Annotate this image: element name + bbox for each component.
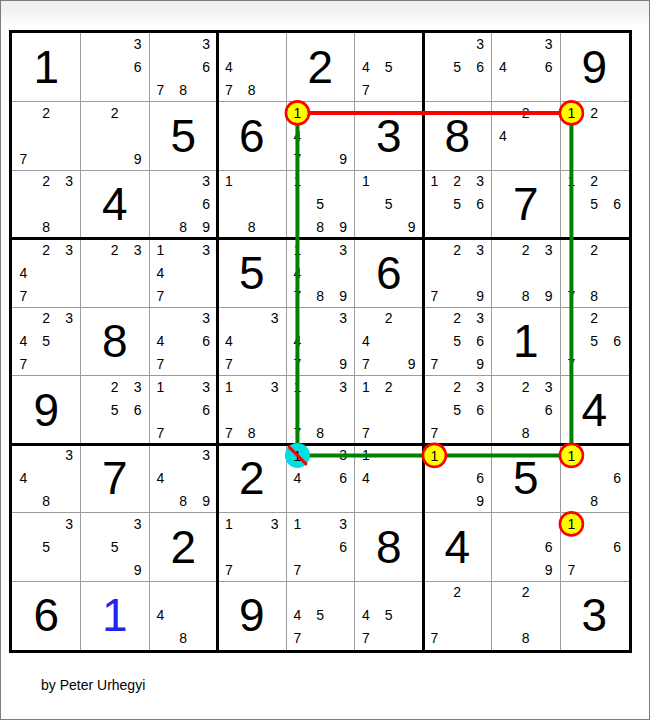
candidate-digit: 6 — [469, 56, 492, 79]
candidate-digit: 7 — [149, 79, 172, 102]
cell-r1c2[interactable]: 36 — [81, 33, 150, 102]
grid-line-horizontal — [12, 237, 629, 240]
grid-line-horizontal — [12, 443, 629, 446]
cell-r8c9[interactable]: 167 — [560, 513, 629, 582]
candidate-digit: 1 — [423, 444, 446, 467]
cell-r2c1[interactable]: 27 — [12, 102, 81, 171]
candidate-digit: 7 — [149, 353, 172, 376]
cell-r8c7[interactable]: 4 — [423, 513, 492, 582]
candidate-digit: 8 — [583, 284, 606, 307]
candidate-digit: 7 — [286, 353, 309, 376]
candidate-digit: 3 — [469, 33, 492, 56]
candidate-digit: 3 — [58, 307, 81, 330]
candidate-digit: 3 — [126, 376, 149, 399]
candidate-digit: 8 — [309, 284, 332, 307]
given-digit: 5 — [149, 102, 218, 171]
given-digit: 9 — [12, 376, 81, 445]
candidate-digit: 7 — [560, 558, 583, 581]
candidate-digit: 4 — [286, 604, 309, 627]
candidate-digit: 9 — [469, 490, 492, 513]
cell-r1c4[interactable]: 478 — [218, 33, 287, 102]
cell-r1c3[interactable]: 3678 — [149, 33, 218, 102]
cell-r9c3[interactable]: 48 — [149, 581, 218, 650]
cell-r9c1[interactable]: 6 — [12, 581, 81, 650]
given-digit: 4 — [423, 513, 492, 582]
candidate-digit: 7 — [12, 284, 35, 307]
candidate-digit: 4 — [355, 604, 378, 627]
candidate-digit: 1 — [286, 170, 309, 193]
candidate-digit: 7 — [355, 627, 378, 650]
candidate-digit: 1 — [286, 513, 309, 536]
cell-r9c7[interactable]: 27 — [423, 581, 492, 650]
cell-r9c6[interactable]: 457 — [355, 581, 424, 650]
candidate-digit: 4 — [149, 604, 172, 627]
candidate-digit: 9 — [332, 216, 355, 239]
candidate-digit: 7 — [560, 284, 583, 307]
candidate-digit: 8 — [172, 79, 195, 102]
candidate-digit: 1 — [560, 513, 583, 536]
candidate-digit: 9 — [126, 147, 149, 170]
candidate-digit: 3 — [195, 170, 218, 193]
candidate-digit: 6 — [469, 398, 492, 421]
given-digit: 2 — [149, 513, 218, 582]
grid-line-vertical — [422, 33, 425, 650]
candidate-digit: 9 — [195, 490, 218, 513]
cell-r6c4[interactable]: 1378 — [218, 376, 287, 445]
candidate-digit: 3 — [58, 444, 81, 467]
cell-r5c9[interactable]: 2567 — [560, 307, 629, 376]
given-digit: 4 — [81, 170, 150, 239]
candidate-digit: 4 — [12, 467, 35, 490]
candidate-digit: 8 — [172, 627, 195, 650]
candidate-digit: 3 — [58, 170, 81, 193]
candidate-digit: 6 — [195, 330, 218, 353]
candidate-digit: 8 — [583, 490, 606, 513]
cell-r6c9[interactable]: 4 — [560, 376, 629, 445]
candidate-digit: 4 — [149, 330, 172, 353]
candidate-digit: 3 — [332, 376, 355, 399]
cell-r2c9[interactable]: 12 — [560, 102, 629, 171]
grid-line-vertical — [216, 33, 219, 650]
given-digit: 2 — [218, 444, 287, 513]
candidate-digit: 3 — [537, 33, 560, 56]
cell-r3c4[interactable]: 18 — [218, 170, 287, 239]
candidate-digit: 3 — [332, 513, 355, 536]
candidate-digit: 8 — [514, 421, 537, 444]
cell-r2c2[interactable]: 29 — [81, 102, 150, 171]
cell-r3c1[interactable]: 238 — [12, 170, 81, 239]
candidate-digit: 2 — [446, 307, 469, 330]
candidate-digit: 7 — [355, 79, 378, 102]
candidate-digit: 3 — [263, 376, 286, 399]
given-digit: 8 — [355, 513, 424, 582]
cell-r2c5[interactable]: 1479 — [286, 102, 355, 171]
given-digit: 6 — [218, 102, 287, 171]
cell-r7c3[interactable]: 3489 — [149, 444, 218, 513]
cell-r9c5[interactable]: 457 — [286, 581, 355, 650]
candidate-digit: 7 — [149, 284, 172, 307]
cell-r5c3[interactable]: 3467 — [149, 307, 218, 376]
candidate-digit: 7 — [423, 421, 446, 444]
candidate-digit: 9 — [332, 353, 355, 376]
cell-r7c4[interactable]: 2 — [218, 444, 287, 513]
candidate-digit: 8 — [172, 490, 195, 513]
candidate-digit: 2 — [514, 239, 537, 262]
given-digit: 5 — [492, 444, 561, 513]
cell-r6c6[interactable]: 127 — [355, 376, 424, 445]
cell-r4c4[interactable]: 5 — [218, 239, 287, 308]
window-top-strip — [1, 1, 649, 26]
candidate-digit: 6 — [537, 56, 560, 79]
cell-r5c1[interactable]: 23457 — [12, 307, 81, 376]
cell-r9c4[interactable]: 9 — [218, 581, 287, 650]
candidate-digit: 3 — [332, 307, 355, 330]
cell-r6c2[interactable]: 2356 — [81, 376, 150, 445]
candidate-digit: 2 — [446, 581, 469, 604]
given-digit: 9 — [560, 33, 629, 102]
candidate-digit: 5 — [583, 330, 606, 353]
entered-digit: 1 — [81, 581, 150, 650]
candidate-digit: 1 — [218, 513, 241, 536]
cell-r1c8[interactable]: 346 — [492, 33, 561, 102]
candidate-digit: 3 — [469, 376, 492, 399]
given-digit: 6 — [12, 581, 81, 650]
candidate-digit: 8 — [240, 421, 263, 444]
candidate-digit: 2 — [35, 239, 58, 262]
candidate-digit: 4 — [149, 261, 172, 284]
cell-r8c6[interactable]: 8 — [355, 513, 424, 582]
candidate-digit: 2 — [35, 170, 58, 193]
candidate-digit: 5 — [35, 330, 58, 353]
candidate-digit: 9 — [332, 147, 355, 170]
candidate-digit: 6 — [469, 330, 492, 353]
cell-r6c8[interactable]: 2368 — [492, 376, 561, 445]
cell-r7c1[interactable]: 348 — [12, 444, 81, 513]
candidate-digit: 4 — [286, 330, 309, 353]
candidate-digit: 3 — [263, 307, 286, 330]
candidate-digit: 7 — [218, 421, 241, 444]
candidate-digit: 9 — [195, 216, 218, 239]
candidate-digit: 7 — [286, 284, 309, 307]
cell-r2c4[interactable]: 6 — [218, 102, 287, 171]
given-digit: 9 — [218, 581, 287, 650]
candidate-digit: 3 — [195, 444, 218, 467]
cell-r3c3[interactable]: 3689 — [149, 170, 218, 239]
candidate-digit: 7 — [149, 421, 172, 444]
cell-r4c6[interactable]: 6 — [355, 239, 424, 308]
cell-r1c1[interactable]: 1 — [12, 33, 81, 102]
candidate-digit: 1 — [286, 444, 309, 467]
candidate-digit: 7 — [423, 284, 446, 307]
cell-r3c7[interactable]: 12356 — [423, 170, 492, 239]
candidate-digit: 4 — [492, 56, 515, 79]
candidate-digit: 9 — [469, 284, 492, 307]
cell-r6c1[interactable]: 9 — [12, 376, 81, 445]
candidate-digit: 2 — [103, 239, 126, 262]
cell-r9c2[interactable]: 1 — [81, 581, 150, 650]
given-digit: 3 — [560, 581, 629, 650]
candidate-digit: 5 — [103, 398, 126, 421]
cell-r8c1[interactable]: 35 — [12, 513, 81, 582]
sudoku-board: 1363678478245735634692729561479382412238… — [9, 30, 632, 653]
candidate-digit: 3 — [126, 239, 149, 262]
cell-r4c3[interactable]: 1347 — [149, 239, 218, 308]
candidate-digit: 2 — [377, 376, 400, 399]
cell-r3c2[interactable]: 4 — [81, 170, 150, 239]
candidate-digit: 4 — [492, 124, 515, 147]
candidate-digit: 6 — [469, 193, 492, 216]
candidate-digit: 5 — [446, 398, 469, 421]
candidate-digit: 3 — [126, 33, 149, 56]
cell-r8c8[interactable]: 69 — [492, 513, 561, 582]
candidate-digit: 1 — [355, 444, 378, 467]
app-window: 1363678478245735634692729561479382412238… — [0, 0, 650, 720]
candidate-digit: 6 — [195, 56, 218, 79]
cell-r9c8[interactable]: 28 — [492, 581, 561, 650]
candidate-digit: 8 — [514, 627, 537, 650]
cell-r1c6[interactable]: 457 — [355, 33, 424, 102]
candidate-digit: 2 — [583, 102, 606, 125]
candidate-digit: 2 — [583, 239, 606, 262]
candidate-digit: 1 — [286, 376, 309, 399]
candidate-digit: 8 — [240, 216, 263, 239]
candidate-digit: 9 — [537, 284, 560, 307]
candidate-digit: 3 — [469, 307, 492, 330]
candidate-digit: 5 — [103, 535, 126, 558]
candidate-digit: 7 — [286, 627, 309, 650]
cell-r7c9[interactable]: 168 — [560, 444, 629, 513]
candidate-digit: 2 — [514, 376, 537, 399]
candidate-digit: 7 — [355, 353, 378, 376]
cell-r3c9[interactable]: 1256 — [560, 170, 629, 239]
candidate-digit: 9 — [400, 353, 423, 376]
cell-r6c3[interactable]: 1367 — [149, 376, 218, 445]
candidate-digit: 6 — [195, 193, 218, 216]
cell-r7c8[interactable]: 5 — [492, 444, 561, 513]
candidate-digit: 4 — [12, 261, 35, 284]
candidate-digit: 3 — [195, 307, 218, 330]
candidate-digit: 3 — [263, 513, 286, 536]
candidate-digit: 1 — [560, 444, 583, 467]
candidate-digit: 4 — [286, 124, 309, 147]
candidate-digit: 4 — [355, 330, 378, 353]
cell-r8c2[interactable]: 359 — [81, 513, 150, 582]
cell-r2c3[interactable]: 5 — [149, 102, 218, 171]
candidate-digit: 5 — [377, 604, 400, 627]
candidate-digit: 5 — [309, 604, 332, 627]
candidate-digit: 9 — [537, 558, 560, 581]
candidate-digit: 7 — [355, 421, 378, 444]
candidate-digit: 4 — [149, 467, 172, 490]
candidate-digit: 8 — [309, 421, 332, 444]
candidate-digit: 6 — [469, 467, 492, 490]
given-digit: 7 — [81, 444, 150, 513]
candidate-digit: 2 — [446, 376, 469, 399]
candidate-digit: 5 — [446, 330, 469, 353]
candidate-digit: 9 — [400, 216, 423, 239]
candidate-digit: 6 — [195, 398, 218, 421]
candidate-digit: 5 — [583, 193, 606, 216]
cell-r7c5[interactable]: 1346 — [286, 444, 355, 513]
candidate-digit: 7 — [12, 353, 35, 376]
candidate-digit: 1 — [560, 102, 583, 125]
candidate-digit: 5 — [35, 535, 58, 558]
given-digit: 5 — [218, 239, 287, 308]
cell-r5c4[interactable]: 347 — [218, 307, 287, 376]
candidate-digit: 2 — [103, 102, 126, 125]
candidate-digit: 5 — [446, 193, 469, 216]
cell-r1c7[interactable]: 356 — [423, 33, 492, 102]
cell-r8c5[interactable]: 1367 — [286, 513, 355, 582]
candidate-digit: 8 — [172, 216, 195, 239]
candidate-digit: 5 — [377, 56, 400, 79]
candidate-digit: 3 — [537, 239, 560, 262]
cell-r1c9[interactable]: 9 — [560, 33, 629, 102]
candidate-digit: 6 — [332, 535, 355, 558]
cell-r4c7[interactable]: 2379 — [423, 239, 492, 308]
candidate-digit: 2 — [377, 307, 400, 330]
candidate-digit: 2 — [514, 102, 537, 125]
cell-r6c7[interactable]: 23567 — [423, 376, 492, 445]
candidate-digit: 6 — [126, 398, 149, 421]
candidate-digit: 7 — [286, 421, 309, 444]
candidate-digit: 8 — [35, 490, 58, 513]
candidate-digit: 2 — [514, 581, 537, 604]
candidate-digit: 1 — [149, 376, 172, 399]
candidate-digit: 8 — [309, 216, 332, 239]
candidate-digit: 7 — [218, 79, 241, 102]
candidate-digit: 3 — [537, 376, 560, 399]
cell-r3c5[interactable]: 1589 — [286, 170, 355, 239]
candidate-digit: 9 — [332, 284, 355, 307]
cell-r5c6[interactable]: 2479 — [355, 307, 424, 376]
given-digit: 2 — [286, 33, 355, 102]
candidate-digit: 7 — [218, 558, 241, 581]
author-credit: by Peter Urhegyi — [41, 677, 145, 693]
candidate-digit: 6 — [537, 398, 560, 421]
candidate-digit: 7 — [560, 353, 583, 376]
candidate-digit: 1 — [423, 170, 446, 193]
cell-r8c3[interactable]: 2 — [149, 513, 218, 582]
candidate-digit: 7 — [12, 147, 35, 170]
candidate-digit: 4 — [355, 467, 378, 490]
candidate-digit: 4 — [286, 467, 309, 490]
cell-r2c8[interactable]: 24 — [492, 102, 561, 171]
given-digit: 8 — [423, 102, 492, 171]
candidate-digit: 6 — [606, 535, 629, 558]
given-digit: 1 — [12, 33, 81, 102]
cell-r5c7[interactable]: 235679 — [423, 307, 492, 376]
candidate-digit: 7 — [423, 627, 446, 650]
candidate-digit: 1 — [218, 376, 241, 399]
candidate-digit: 2 — [583, 170, 606, 193]
cell-r4c5[interactable]: 134789 — [286, 239, 355, 308]
given-digit: 3 — [355, 102, 424, 171]
candidate-digit: 1 — [560, 170, 583, 193]
candidate-digit: 5 — [309, 193, 332, 216]
cell-r4c9[interactable]: 278 — [560, 239, 629, 308]
cell-r2c6[interactable]: 3 — [355, 102, 424, 171]
given-digit: 8 — [81, 307, 150, 376]
candidate-digit: 2 — [103, 376, 126, 399]
cell-r5c5[interactable]: 3479 — [286, 307, 355, 376]
candidate-digit: 7 — [218, 353, 241, 376]
given-digit: 6 — [355, 239, 424, 308]
given-digit: 7 — [492, 170, 561, 239]
candidate-digit: 4 — [12, 330, 35, 353]
candidate-digit: 1 — [355, 376, 378, 399]
candidate-digit: 3 — [469, 239, 492, 262]
candidate-digit: 4 — [286, 261, 309, 284]
candidate-digit: 6 — [606, 193, 629, 216]
cell-r4c1[interactable]: 2347 — [12, 239, 81, 308]
cell-r5c8[interactable]: 1 — [492, 307, 561, 376]
cell-r5c2[interactable]: 8 — [81, 307, 150, 376]
candidate-digit: 4 — [218, 56, 241, 79]
candidate-digit: 8 — [240, 79, 263, 102]
candidate-digit: 3 — [58, 239, 81, 262]
cell-r3c8[interactable]: 7 — [492, 170, 561, 239]
candidate-digit: 8 — [35, 216, 58, 239]
candidate-digit: 7 — [286, 147, 309, 170]
candidate-digit: 1 — [149, 239, 172, 262]
candidate-digit: 5 — [377, 193, 400, 216]
candidate-digit: 2 — [35, 307, 58, 330]
candidate-digit: 1 — [218, 170, 241, 193]
candidate-digit: 7 — [423, 353, 446, 376]
candidate-digit: 4 — [218, 330, 241, 353]
candidate-digit: 7 — [286, 558, 309, 581]
candidate-digit: 3 — [126, 513, 149, 536]
cell-r6c5[interactable]: 1378 — [286, 376, 355, 445]
candidate-digit: 2 — [583, 307, 606, 330]
cell-r7c2[interactable]: 7 — [81, 444, 150, 513]
cell-r4c2[interactable]: 23 — [81, 239, 150, 308]
candidate-digit: 3 — [332, 444, 355, 467]
candidate-digit: 8 — [514, 284, 537, 307]
candidate-digit: 6 — [606, 330, 629, 353]
cell-r8c4[interactable]: 137 — [218, 513, 287, 582]
candidate-digit: 2 — [446, 170, 469, 193]
given-digit: 4 — [560, 376, 629, 445]
candidate-digit: 4 — [355, 56, 378, 79]
cell-r7c6[interactable]: 14 — [355, 444, 424, 513]
candidate-digit: 6 — [126, 56, 149, 79]
cell-r7c7[interactable]: 169 — [423, 444, 492, 513]
candidate-digit: 1 — [355, 170, 378, 193]
cell-r1c5[interactable]: 2 — [286, 33, 355, 102]
candidate-digit: 6 — [537, 535, 560, 558]
candidate-digit: 5 — [446, 56, 469, 79]
candidate-digit: 3 — [195, 239, 218, 262]
candidate-digit: 9 — [469, 353, 492, 376]
candidate-digit: 3 — [195, 33, 218, 56]
cell-r3c6[interactable]: 159 — [355, 170, 424, 239]
cell-r9c9[interactable]: 3 — [560, 581, 629, 650]
candidate-digit: 3 — [332, 239, 355, 262]
candidate-digit: 2 — [35, 102, 58, 125]
candidate-digit: 1 — [286, 239, 309, 262]
candidate-digit: 9 — [126, 558, 149, 581]
cell-r2c7[interactable]: 8 — [423, 102, 492, 171]
given-digit: 1 — [492, 307, 561, 376]
candidate-digit: 3 — [469, 170, 492, 193]
candidate-digit: 2 — [446, 239, 469, 262]
candidate-digit: 1 — [286, 102, 309, 125]
candidate-digit: 3 — [195, 376, 218, 399]
candidate-digit: 6 — [606, 467, 629, 490]
cell-r4c8[interactable]: 2389 — [492, 239, 561, 308]
